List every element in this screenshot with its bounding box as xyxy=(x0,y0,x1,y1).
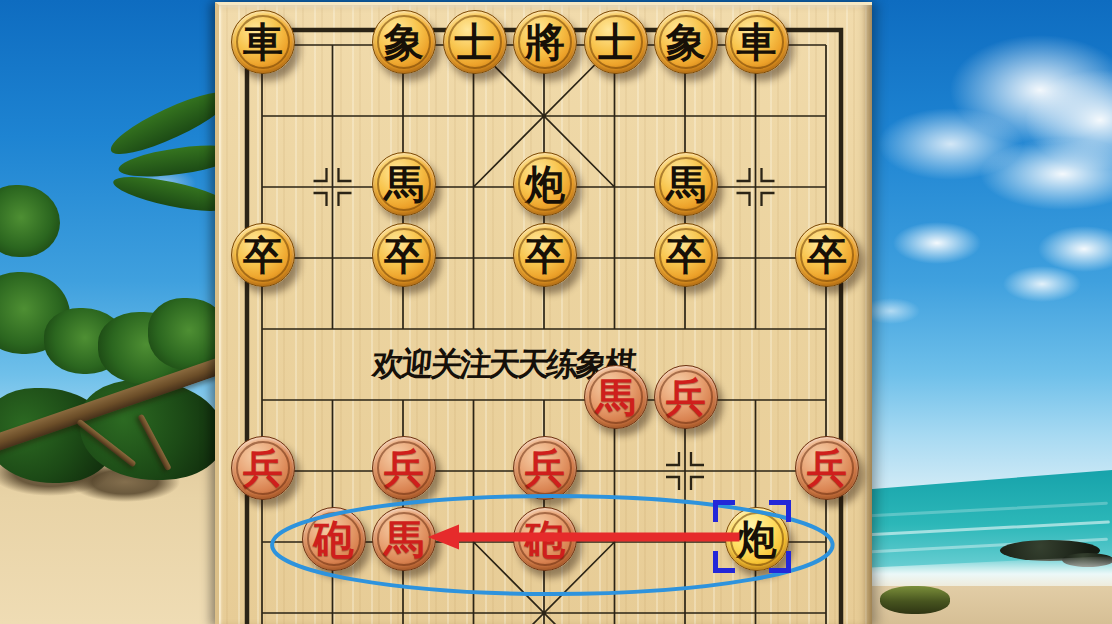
cloud xyxy=(893,222,981,264)
piece-character: 兵 xyxy=(525,448,565,488)
piece-character: 砲 xyxy=(314,519,354,559)
piece-black-cannon[interactable]: 炮 xyxy=(725,507,789,571)
piece-black-chariot[interactable]: 車 xyxy=(725,10,789,74)
piece-red-cannon[interactable]: 砲 xyxy=(302,507,366,571)
piece-red-cannon[interactable]: 砲 xyxy=(513,507,577,571)
piece-character: 將 xyxy=(525,22,565,62)
piece-black-chariot[interactable]: 車 xyxy=(231,10,295,74)
piece-character: 兵 xyxy=(243,448,283,488)
piece-black-horse[interactable]: 馬 xyxy=(654,152,718,216)
mossy-rock xyxy=(880,586,950,614)
piece-character: 士 xyxy=(596,22,636,62)
piece-black-soldier[interactable]: 卒 xyxy=(795,223,859,287)
piece-black-soldier[interactable]: 卒 xyxy=(654,223,718,287)
piece-character: 卒 xyxy=(666,235,706,275)
piece-character: 馬 xyxy=(596,377,636,417)
piece-red-soldier[interactable]: 兵 xyxy=(795,436,859,500)
piece-red-horse[interactable]: 馬 xyxy=(584,365,648,429)
piece-black-advisor[interactable]: 士 xyxy=(584,10,648,74)
piece-red-soldier[interactable]: 兵 xyxy=(231,436,295,500)
piece-black-cannon[interactable]: 炮 xyxy=(513,152,577,216)
xiangqi-app: 欢迎关注天天练象棋 車象士將士象車馬炮馬卒卒卒卒卒馬兵兵兵兵兵砲馬砲炮 xyxy=(0,0,1112,624)
piece-red-soldier[interactable]: 兵 xyxy=(513,436,577,500)
piece-black-horse[interactable]: 馬 xyxy=(372,152,436,216)
piece-character: 兵 xyxy=(807,448,847,488)
piece-character: 兵 xyxy=(666,377,706,417)
piece-red-horse[interactable]: 馬 xyxy=(372,507,436,571)
piece-character: 馬 xyxy=(384,519,424,559)
piece-black-advisor[interactable]: 士 xyxy=(443,10,507,74)
piece-character: 兵 xyxy=(384,448,424,488)
piece-black-soldier[interactable]: 卒 xyxy=(231,223,295,287)
piece-character: 砲 xyxy=(525,519,565,559)
piece-character: 車 xyxy=(243,22,283,62)
piece-character: 象 xyxy=(384,22,424,62)
xiangqi-board[interactable]: 欢迎关注天天练象棋 車象士將士象車馬炮馬卒卒卒卒卒馬兵兵兵兵兵砲馬砲炮 xyxy=(215,2,872,624)
piece-red-soldier[interactable]: 兵 xyxy=(654,365,718,429)
piece-black-general[interactable]: 將 xyxy=(513,10,577,74)
piece-character: 車 xyxy=(737,22,777,62)
piece-character: 炮 xyxy=(737,519,777,559)
cloud xyxy=(1003,266,1081,302)
piece-character: 卒 xyxy=(525,235,565,275)
piece-black-elephant[interactable]: 象 xyxy=(654,10,718,74)
piece-black-elephant[interactable]: 象 xyxy=(372,10,436,74)
piece-black-soldier[interactable]: 卒 xyxy=(513,223,577,287)
piece-character: 馬 xyxy=(666,164,706,204)
piece-character: 炮 xyxy=(525,164,565,204)
piece-character: 象 xyxy=(666,22,706,62)
piece-character: 卒 xyxy=(807,235,847,275)
piece-red-soldier[interactable]: 兵 xyxy=(372,436,436,500)
piece-black-soldier[interactable]: 卒 xyxy=(372,223,436,287)
piece-character: 卒 xyxy=(384,235,424,275)
piece-character: 士 xyxy=(455,22,495,62)
piece-character: 馬 xyxy=(384,164,424,204)
piece-character: 卒 xyxy=(243,235,283,275)
